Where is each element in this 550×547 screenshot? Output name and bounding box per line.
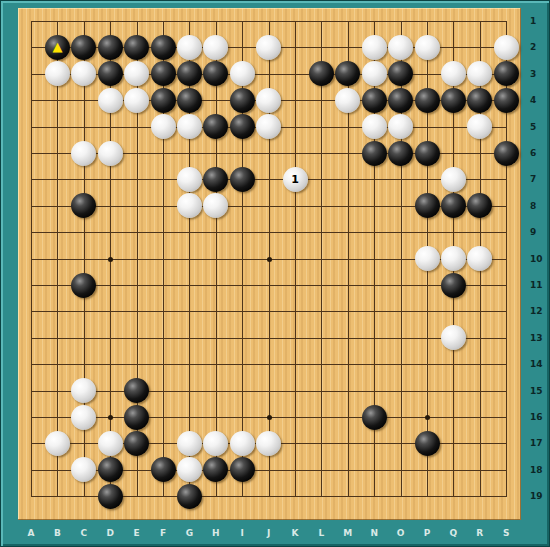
stone-white-F5 (151, 114, 176, 139)
col-label-Q: Q (450, 528, 458, 538)
stone-white-B17 (45, 431, 70, 456)
stone-white-O2 (388, 35, 413, 60)
row-label-6: 6 (530, 148, 536, 158)
col-label-B: B (54, 528, 61, 538)
stone-white-P10 (415, 246, 440, 271)
stone-white-N2 (362, 35, 387, 60)
stone-white-H8 (203, 193, 228, 218)
stone-black-P6 (415, 141, 440, 166)
stone-white-E3 (124, 61, 149, 86)
stone-white-G7 (177, 167, 202, 192)
stone-white-D6 (98, 141, 123, 166)
stone-white-K7: 1 (283, 167, 308, 192)
stone-black-D2 (98, 35, 123, 60)
stone-black-F3 (151, 61, 176, 86)
col-label-N: N (370, 528, 378, 538)
stone-black-N4 (362, 88, 387, 113)
col-label-H: H (212, 528, 220, 538)
stone-white-D17 (98, 431, 123, 456)
stone-black-F2 (151, 35, 176, 60)
stone-black-O6 (388, 141, 413, 166)
stone-white-Q7 (441, 167, 466, 192)
stone-black-P8 (415, 193, 440, 218)
row-label-15: 15 (530, 386, 543, 396)
stone-black-I4 (230, 88, 255, 113)
stone-black-E15 (124, 378, 149, 403)
stone-white-Q13 (441, 325, 466, 350)
grid-line (31, 311, 507, 312)
stone-white-Q10 (441, 246, 466, 271)
row-label-7: 7 (530, 174, 536, 184)
stone-white-I3 (230, 61, 255, 86)
col-label-D: D (106, 528, 113, 538)
grid-line (31, 285, 507, 286)
col-label-K: K (292, 528, 299, 538)
stone-black-O4 (388, 88, 413, 113)
row-label-2: 2 (530, 42, 536, 52)
stone-white-H2 (203, 35, 228, 60)
stone-black-P4 (415, 88, 440, 113)
stone-white-J5 (256, 114, 281, 139)
stone-black-R8 (467, 193, 492, 218)
stone-black-D18 (98, 457, 123, 482)
col-label-P: P (424, 528, 431, 538)
row-label-12: 12 (530, 306, 543, 316)
row-label-16: 16 (530, 412, 543, 422)
grid-line (31, 391, 507, 392)
row-label-18: 18 (530, 465, 543, 475)
col-label-A: A (28, 528, 35, 538)
stone-black-M3 (335, 61, 360, 86)
stone-white-N3 (362, 61, 387, 86)
go-board[interactable]: ▲1 (18, 8, 521, 520)
stone-black-G4 (177, 88, 202, 113)
stone-white-C16 (71, 405, 96, 430)
star-point-J16 (267, 415, 272, 420)
stone-black-L3 (309, 61, 334, 86)
stone-black-H5 (203, 114, 228, 139)
row-label-17: 17 (530, 438, 543, 448)
stone-black-Q11 (441, 273, 466, 298)
stone-black-S4 (494, 88, 519, 113)
col-label-S: S (503, 528, 509, 538)
stone-black-H18 (203, 457, 228, 482)
stone-white-P2 (415, 35, 440, 60)
stone-black-B2: ▲ (45, 35, 70, 60)
star-point-D10 (108, 257, 113, 262)
row-label-8: 8 (530, 201, 536, 211)
col-label-L: L (319, 528, 325, 538)
stone-black-D19 (98, 484, 123, 509)
grid-line (31, 364, 507, 365)
star-point-D16 (108, 415, 113, 420)
stone-black-H3 (203, 61, 228, 86)
stone-black-D3 (98, 61, 123, 86)
col-label-F: F (160, 528, 166, 538)
stone-white-C3 (71, 61, 96, 86)
stone-white-R5 (467, 114, 492, 139)
row-label-9: 9 (530, 227, 536, 237)
stone-black-E17 (124, 431, 149, 456)
stone-white-J2 (256, 35, 281, 60)
stone-black-Q8 (441, 193, 466, 218)
stone-white-O5 (388, 114, 413, 139)
stone-white-S2 (494, 35, 519, 60)
stone-white-Q3 (441, 61, 466, 86)
stone-white-C18 (71, 457, 96, 482)
stone-black-S3 (494, 61, 519, 86)
stone-white-I17 (230, 431, 255, 456)
stone-black-I5 (230, 114, 255, 139)
stone-black-Q4 (441, 88, 466, 113)
stone-black-H7 (203, 167, 228, 192)
stone-white-J17 (256, 431, 281, 456)
stone-white-C15 (71, 378, 96, 403)
row-label-14: 14 (530, 359, 543, 369)
stone-black-S6 (494, 141, 519, 166)
col-label-E: E (134, 528, 140, 538)
row-label-11: 11 (530, 280, 543, 290)
row-label-5: 5 (530, 122, 536, 132)
stone-black-E2 (124, 35, 149, 60)
star-point-J10 (267, 257, 272, 262)
stone-white-R3 (467, 61, 492, 86)
stone-white-G5 (177, 114, 202, 139)
stone-white-R10 (467, 246, 492, 271)
row-label-4: 4 (530, 95, 536, 105)
stone-white-E4 (124, 88, 149, 113)
stone-white-G2 (177, 35, 202, 60)
stone-black-I18 (230, 457, 255, 482)
move-number-K7: 1 (291, 174, 299, 185)
stone-white-N5 (362, 114, 387, 139)
stone-black-G19 (177, 484, 202, 509)
stone-white-C6 (71, 141, 96, 166)
stone-black-N6 (362, 141, 387, 166)
stone-white-D4 (98, 88, 123, 113)
stone-black-F4 (151, 88, 176, 113)
col-label-R: R (476, 528, 483, 538)
stone-black-G3 (177, 61, 202, 86)
row-label-13: 13 (530, 333, 543, 343)
stone-black-N16 (362, 405, 387, 430)
col-label-I: I (241, 528, 244, 538)
row-label-1: 1 (530, 16, 536, 26)
stone-black-C2 (71, 35, 96, 60)
stone-black-I7 (230, 167, 255, 192)
col-label-M: M (343, 528, 352, 538)
stone-white-G8 (177, 193, 202, 218)
col-label-G: G (186, 528, 193, 538)
grid-line (321, 21, 322, 497)
row-label-19: 19 (530, 491, 543, 501)
col-label-J: J (267, 528, 270, 538)
stone-black-C8 (71, 193, 96, 218)
stone-black-F18 (151, 457, 176, 482)
star-point-P16 (425, 415, 430, 420)
triangle-mark-B2: ▲ (52, 40, 62, 53)
stone-white-H17 (203, 431, 228, 456)
row-label-3: 3 (530, 69, 536, 79)
stone-white-B3 (45, 61, 70, 86)
stone-black-P17 (415, 431, 440, 456)
stone-black-O3 (388, 61, 413, 86)
stone-white-M4 (335, 88, 360, 113)
col-label-C: C (80, 528, 87, 538)
grid-line (31, 338, 507, 339)
stone-black-E16 (124, 405, 149, 430)
stone-black-R4 (467, 88, 492, 113)
stone-white-J4 (256, 88, 281, 113)
stone-black-C11 (71, 273, 96, 298)
stone-white-G17 (177, 431, 202, 456)
col-label-O: O (397, 528, 405, 538)
grid-line (295, 21, 296, 497)
go-app-frame: ▲1 ABCDEFGHIJKLMNOPQRS 12345678910111213… (0, 0, 550, 547)
stone-white-G18 (177, 457, 202, 482)
row-label-10: 10 (530, 254, 543, 264)
